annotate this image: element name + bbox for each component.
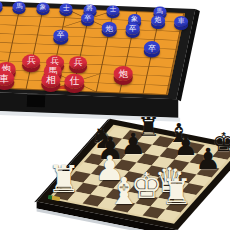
chess-piece-white-rook: ♜ [161, 174, 193, 210]
xiangqi-piece-character: 炮 [118, 69, 127, 78]
xiangqi-piece-character: 卒 [148, 44, 156, 52]
xiangqi-piece-character: 兵 [27, 57, 36, 66]
xiangqi-piece-character: 卒 [57, 31, 65, 39]
xiangqi-piece-character: 相 [46, 75, 56, 85]
xiangqi-piece-character: 炮 [106, 24, 113, 31]
xiangqi-piece-red-soldier: 兵 [22, 54, 40, 68]
xiangqi-latch [27, 94, 45, 108]
xiangqi-piece-red-soldier: 兵 [69, 56, 87, 70]
xiangqi-grid-cell [97, 83, 122, 93]
xiangqi-piece-blue-soldier: 卒 [144, 41, 160, 54]
xiangqi-piece-character: 車 [178, 18, 185, 25]
xiangqi-piece-character: 象 [40, 4, 47, 10]
xiangqi-piece-character: 將 [86, 6, 93, 12]
xiangqi-piece-character: 士 [110, 7, 117, 13]
xiangqi-piece-character: 卒 [84, 15, 91, 22]
chess-piece-black-pawn: ♟ [195, 145, 221, 174]
xiangqi-piece-blue-chariot: 車 [174, 16, 188, 27]
xiangqi-piece-blue-cannon: 炮 [151, 15, 165, 26]
xiangqi-piece-character: 馬 [157, 9, 164, 16]
xiangqi-piece-red-cannon: 炮 [114, 66, 133, 81]
xiangqi-grid-cell [144, 85, 169, 95]
xiangqi-piece-character: 炮 [154, 17, 161, 24]
xiangqi-piece-character: 馬 [16, 3, 23, 9]
xiangqi-piece-blue-soldier: 卒 [81, 13, 95, 24]
xiangqi-grid-cell [120, 84, 145, 94]
xiangqi-piece-blue-soldier: 卒 [125, 23, 140, 34]
xiangqi-piece-blue-cannon: 炮 [102, 22, 117, 33]
xiangqi-piece-character: 仕 [70, 76, 80, 86]
xiangqi-piece-character: 兵 [74, 58, 83, 67]
chess-piece-white-rook: ♜ [47, 160, 80, 197]
xiangqi-piece-character: 車 [0, 73, 9, 83]
product-photo: 車馬象士將士馬卒象炮車炮卒卒卒卒兵兵兵炮馬炮車相仕 ♜♝♚♟♞♟♟♟♟♛♚♜♜♝ [0, 0, 230, 230]
xiangqi-piece-character: 士 [63, 5, 70, 11]
xiangqi-piece-character: 卒 [129, 25, 136, 32]
chess-piece-white-bishop: ♝ [107, 172, 140, 209]
